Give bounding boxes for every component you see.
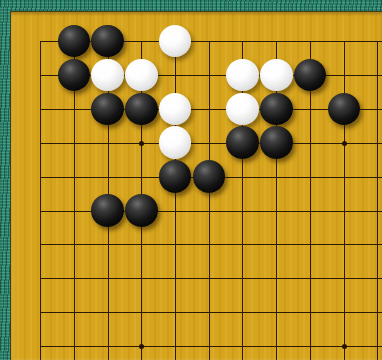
stone-black[interactable] xyxy=(91,25,124,58)
stone-white[interactable] xyxy=(159,126,192,159)
star-point xyxy=(139,344,144,349)
stone-black[interactable] xyxy=(125,93,158,126)
stone-black[interactable] xyxy=(328,93,361,126)
star-point xyxy=(139,141,144,146)
stone-white[interactable] xyxy=(159,25,192,58)
stone-white[interactable] xyxy=(91,59,124,92)
stone-black[interactable] xyxy=(159,160,192,193)
stone-black[interactable] xyxy=(58,59,91,92)
stone-black[interactable] xyxy=(260,126,293,159)
stone-black[interactable] xyxy=(58,25,91,58)
stone-black[interactable] xyxy=(193,160,226,193)
stone-white[interactable] xyxy=(226,93,259,126)
stone-white[interactable] xyxy=(226,59,259,92)
stone-black[interactable] xyxy=(91,194,124,227)
star-point xyxy=(342,141,347,146)
star-point xyxy=(342,344,347,349)
stone-white[interactable] xyxy=(159,93,192,126)
stone-black[interactable] xyxy=(91,93,124,126)
stone-white[interactable] xyxy=(125,59,158,92)
stone-black[interactable] xyxy=(294,59,327,92)
grid-lines xyxy=(40,41,382,360)
stone-black[interactable] xyxy=(260,93,293,126)
stone-black[interactable] xyxy=(226,126,259,159)
stone-white[interactable] xyxy=(260,59,293,92)
table-frame xyxy=(0,0,382,360)
stone-black[interactable] xyxy=(125,194,158,227)
go-board[interactable] xyxy=(10,11,382,360)
